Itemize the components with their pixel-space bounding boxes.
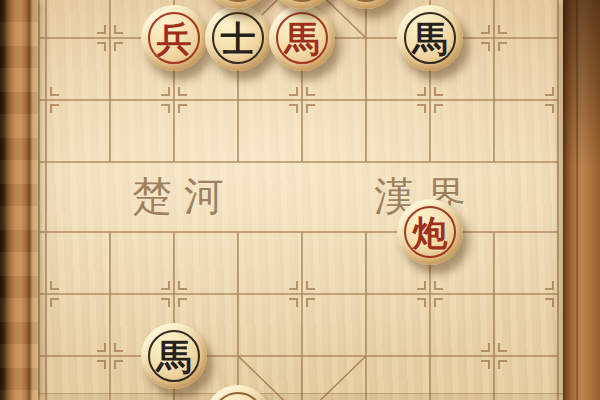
board-frame-left (0, 0, 38, 400)
piece-character (269, 0, 335, 9)
red-horse[interactable]: 馬 (269, 5, 335, 71)
piece-character: 炮 (397, 199, 463, 265)
piece-character (205, 385, 271, 400)
cropped-piece-top-2[interactable] (269, 0, 335, 9)
xiangqi-game-screen: 楚河 漢界 兵士馬馬炮馬 (0, 0, 600, 400)
piece-character: 馬 (141, 323, 207, 389)
piece-character: 馬 (269, 5, 335, 71)
black-horse[interactable]: 馬 (397, 5, 463, 71)
cropped-piece-bottom[interactable] (205, 385, 271, 400)
board-surface[interactable]: 楚河 漢界 兵士馬馬炮馬 (0, 0, 600, 400)
piece-character (205, 0, 271, 9)
pieces-layer: 兵士馬馬炮馬 (0, 0, 600, 400)
black-advisor[interactable]: 士 (205, 5, 271, 71)
board-frame-right (563, 0, 600, 400)
piece-character: 兵 (141, 5, 207, 71)
piece-character: 士 (205, 5, 271, 71)
cropped-piece-top-3[interactable] (333, 0, 399, 9)
black-horse-2[interactable]: 馬 (141, 323, 207, 389)
piece-character: 馬 (397, 5, 463, 71)
red-soldier[interactable]: 兵 (141, 5, 207, 71)
red-cannon[interactable]: 炮 (397, 199, 463, 265)
cropped-piece-top-1[interactable] (205, 0, 271, 9)
piece-character (333, 0, 399, 9)
